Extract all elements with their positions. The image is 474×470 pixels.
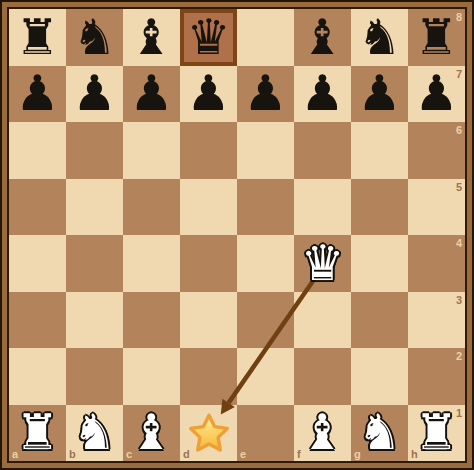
file-label-b: b: [69, 448, 76, 460]
square-d1[interactable]: d: [180, 405, 237, 462]
square-b5[interactable]: [66, 179, 123, 236]
square-g1[interactable]: g♞: [351, 405, 408, 462]
square-e4[interactable]: [237, 235, 294, 292]
black-pawn-b7[interactable]: ♟: [66, 66, 123, 123]
black-pawn-f7[interactable]: ♟: [294, 66, 351, 123]
square-b4[interactable]: [66, 235, 123, 292]
black-knight-g8[interactable]: ♞: [351, 9, 408, 66]
file-label-c: c: [126, 448, 132, 460]
square-h4[interactable]: 4: [408, 235, 465, 292]
black-rook-h8[interactable]: ♜: [408, 9, 465, 66]
square-b1[interactable]: b♞: [66, 405, 123, 462]
square-d8[interactable]: ♛: [180, 9, 237, 66]
square-b6[interactable]: [66, 122, 123, 179]
square-f5[interactable]: [294, 179, 351, 236]
file-label-g: g: [354, 448, 361, 460]
black-pawn-a7[interactable]: ♟: [9, 66, 66, 123]
square-e3[interactable]: [237, 292, 294, 349]
black-pawn-e7[interactable]: ♟: [237, 66, 294, 123]
square-b7[interactable]: ♟: [66, 66, 123, 123]
square-a8[interactable]: ♜: [9, 9, 66, 66]
square-g7[interactable]: ♟: [351, 66, 408, 123]
black-bishop-f8[interactable]: ♝: [294, 9, 351, 66]
rank-label-7: 7: [456, 68, 462, 80]
square-e8[interactable]: [237, 9, 294, 66]
square-h1[interactable]: 1h♜: [408, 405, 465, 462]
square-a2[interactable]: [9, 348, 66, 405]
square-h2[interactable]: 2: [408, 348, 465, 405]
black-pawn-c7[interactable]: ♟: [123, 66, 180, 123]
chess-board-wrap: ♜♞♝♛♝♞8♜♟♟♟♟♟♟♟7♟65♛432a♜b♞c♝def♝g♞1h♜: [7, 7, 467, 463]
square-a4[interactable]: [9, 235, 66, 292]
file-label-f: f: [297, 448, 301, 460]
square-c1[interactable]: c♝: [123, 405, 180, 462]
square-g5[interactable]: [351, 179, 408, 236]
chess-board-frame: ♜♞♝♛♝♞8♜♟♟♟♟♟♟♟7♟65♛432a♜b♞c♝def♝g♞1h♜: [0, 0, 474, 470]
square-d6[interactable]: [180, 122, 237, 179]
black-pawn-d7[interactable]: ♟: [180, 66, 237, 123]
rank-label-8: 8: [456, 11, 462, 23]
rank-label-2: 2: [456, 350, 462, 362]
rank-label-6: 6: [456, 124, 462, 136]
black-knight-b8[interactable]: ♞: [66, 9, 123, 66]
white-knight-b1[interactable]: ♞: [66, 405, 123, 462]
white-bishop-f1[interactable]: ♝: [294, 405, 351, 462]
black-pawn-h7[interactable]: ♟: [408, 66, 465, 123]
square-e6[interactable]: [237, 122, 294, 179]
chess-board: ♜♞♝♛♝♞8♜♟♟♟♟♟♟♟7♟65♛432a♜b♞c♝def♝g♞1h♜: [9, 9, 465, 461]
square-e1[interactable]: e: [237, 405, 294, 462]
rank-label-3: 3: [456, 294, 462, 306]
square-b3[interactable]: [66, 292, 123, 349]
square-a3[interactable]: [9, 292, 66, 349]
square-f2[interactable]: [294, 348, 351, 405]
file-label-h: h: [411, 448, 418, 460]
white-rook-a1[interactable]: ♜: [9, 405, 66, 462]
white-bishop-c1[interactable]: ♝: [123, 405, 180, 462]
square-d4[interactable]: [180, 235, 237, 292]
rank-label-1: 1: [456, 407, 462, 419]
rank-label-5: 5: [456, 181, 462, 193]
square-g2[interactable]: [351, 348, 408, 405]
file-label-e: e: [240, 448, 246, 460]
square-h5[interactable]: 5: [408, 179, 465, 236]
target-star[interactable]: [180, 405, 237, 462]
rank-label-4: 4: [456, 237, 462, 249]
square-d3[interactable]: [180, 292, 237, 349]
target-star-icon: [185, 409, 233, 457]
square-f8[interactable]: ♝: [294, 9, 351, 66]
square-d2[interactable]: [180, 348, 237, 405]
square-b8[interactable]: ♞: [66, 9, 123, 66]
square-a5[interactable]: [9, 179, 66, 236]
square-f3[interactable]: [294, 292, 351, 349]
black-bishop-c8[interactable]: ♝: [123, 9, 180, 66]
square-e7[interactable]: ♟: [237, 66, 294, 123]
square-e2[interactable]: [237, 348, 294, 405]
square-h3[interactable]: 3: [408, 292, 465, 349]
square-c7[interactable]: ♟: [123, 66, 180, 123]
square-c8[interactable]: ♝: [123, 9, 180, 66]
white-queen-f4[interactable]: ♛: [294, 235, 351, 292]
square-a1[interactable]: a♜: [9, 405, 66, 462]
square-d5[interactable]: [180, 179, 237, 236]
black-rook-a8[interactable]: ♜: [9, 9, 66, 66]
square-g8[interactable]: ♞: [351, 9, 408, 66]
square-h7[interactable]: 7♟: [408, 66, 465, 123]
black-pawn-g7[interactable]: ♟: [351, 66, 408, 123]
square-h6[interactable]: 6: [408, 122, 465, 179]
square-a7[interactable]: ♟: [9, 66, 66, 123]
square-f4[interactable]: ♛: [294, 235, 351, 292]
square-c5[interactable]: [123, 179, 180, 236]
square-g3[interactable]: [351, 292, 408, 349]
square-c6[interactable]: [123, 122, 180, 179]
white-knight-g1[interactable]: ♞: [351, 405, 408, 462]
square-c3[interactable]: [123, 292, 180, 349]
square-f7[interactable]: ♟: [294, 66, 351, 123]
white-rook-h1[interactable]: ♜: [408, 405, 465, 462]
square-c4[interactable]: [123, 235, 180, 292]
file-label-a: a: [12, 448, 18, 460]
square-e5[interactable]: [237, 179, 294, 236]
square-a6[interactable]: [9, 122, 66, 179]
square-f6[interactable]: [294, 122, 351, 179]
square-b2[interactable]: [66, 348, 123, 405]
square-h8[interactable]: 8♜: [408, 9, 465, 66]
square-f1[interactable]: f♝: [294, 405, 351, 462]
square-g4[interactable]: [351, 235, 408, 292]
square-d7[interactable]: ♟: [180, 66, 237, 123]
square-g6[interactable]: [351, 122, 408, 179]
black-queen-d8[interactable]: ♛: [180, 9, 237, 66]
square-c2[interactable]: [123, 348, 180, 405]
